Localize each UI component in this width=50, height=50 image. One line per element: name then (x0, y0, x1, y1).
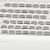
ring-item (33, 13, 39, 17)
ring-item (42, 8, 48, 12)
ring-item (12, 2, 18, 6)
ring-item (36, 24, 42, 28)
ring-item (35, 8, 41, 12)
ring-item (0, 12, 4, 16)
ring-item (37, 29, 43, 33)
ring-item (29, 24, 35, 28)
ring-item (21, 7, 27, 11)
ring-item (24, 18, 30, 22)
ring-item (12, 13, 18, 17)
ring-item (0, 7, 6, 11)
ring-item (5, 12, 11, 16)
ring-item (10, 18, 16, 22)
ring-item (7, 7, 13, 11)
ring-item (5, 1, 11, 5)
ring-item (30, 29, 36, 33)
ring-item (19, 2, 25, 6)
ring-item (38, 19, 44, 23)
ring-item (19, 13, 25, 17)
ring-item (17, 18, 23, 22)
ring-item (31, 19, 37, 23)
ring-item (26, 13, 32, 17)
ring-item (33, 2, 39, 6)
photo-scene (0, 0, 50, 50)
ring-item (2, 28, 8, 32)
ring-item (40, 14, 46, 18)
ring-item (15, 24, 21, 28)
background-surface (0, 42, 50, 50)
ring-item (1, 23, 7, 27)
ring-item (9, 28, 15, 32)
ring-item (23, 29, 29, 33)
ring-item (43, 25, 49, 29)
ring-item (47, 3, 50, 7)
ring-item (3, 18, 9, 22)
ring-item (8, 23, 14, 27)
ring-item (28, 8, 34, 12)
ring-item (16, 29, 22, 33)
ring-item (26, 2, 32, 6)
ring-item (22, 24, 28, 28)
ring-item (14, 7, 20, 11)
ring-item (40, 3, 46, 7)
